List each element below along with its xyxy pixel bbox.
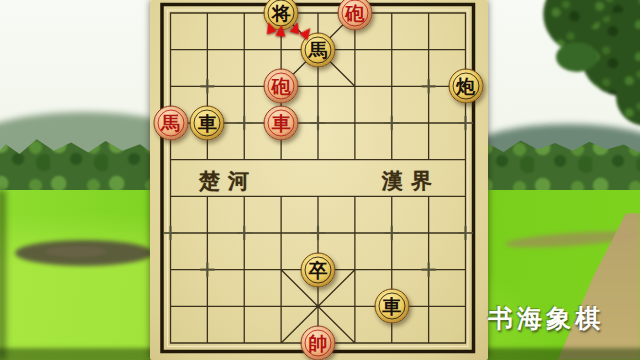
piece-red-chariot[interactable]: 車: [264, 106, 299, 141]
piece-character: 砲: [345, 4, 364, 23]
piece-character: 炮: [456, 77, 475, 96]
piece-character: 車: [272, 114, 291, 133]
piece-character: 馬: [309, 40, 328, 59]
piece-red-cannon[interactable]: 砲: [264, 69, 299, 104]
piece-black-soldier[interactable]: 卒: [301, 252, 336, 287]
channel-watermark: 书海象棋: [488, 302, 604, 335]
piece-character: 車: [198, 114, 217, 133]
piece-character: 車: [382, 297, 401, 316]
piece-black-chariot[interactable]: 車: [190, 106, 225, 141]
piece-black-chariot[interactable]: 車: [374, 289, 409, 324]
piece-character: 帥: [309, 334, 328, 353]
last-move-indicator-arrow: [275, 25, 286, 37]
piece-character: 馬: [161, 114, 180, 133]
piece-black-cannon[interactable]: 炮: [448, 69, 483, 104]
piece-character: 将: [272, 4, 291, 23]
piece-character: 砲: [272, 77, 291, 96]
piece-red-cannon[interactable]: 砲: [337, 0, 372, 31]
piece-character: 卒: [309, 260, 328, 279]
piece-red-horse[interactable]: 馬: [153, 106, 188, 141]
piece-red-general[interactable]: 帥: [301, 326, 336, 360]
xiangqi-video-frame: 楚河 漢界 将砲馬砲炮馬車車卒車帥 书海象棋: [0, 0, 640, 360]
